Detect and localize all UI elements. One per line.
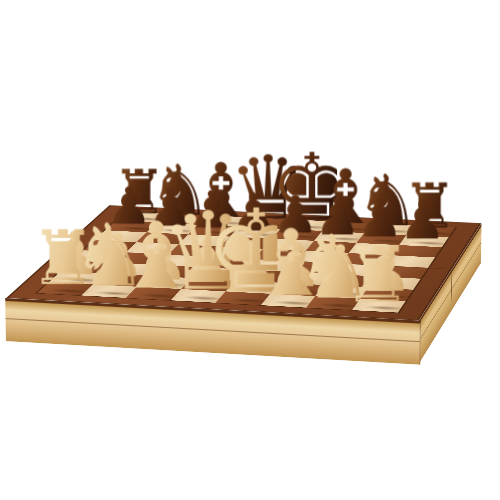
box-lid-seam [6,318,420,343]
box-fold-seam [451,272,452,312]
piece-white-rook-h1[interactable]: ♜ [340,237,414,308]
chess-board[interactable]: ♜♞♝♛♚♝♞♜♟♟♟♟♟♟♟♟♟♟♟♟♟♟♟♟♜♞♝♛♚♝♞♜ [6,205,481,320]
photo-canvas: ♜♞♝♛♚♝♞♜♟♟♟♟♟♟♟♟♟♟♟♟♟♟♟♟♜♞♝♛♚♝♞♜ [0,0,500,500]
